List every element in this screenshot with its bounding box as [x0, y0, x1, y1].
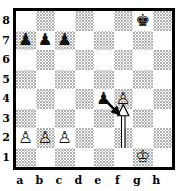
rank-label-5: 5	[0, 70, 12, 90]
square-a3	[16, 109, 36, 129]
square-a1	[16, 148, 36, 168]
piece-bP-c7: ♟	[57, 32, 72, 49]
file-label-f: f	[108, 173, 128, 188]
square-e4: ♟	[94, 89, 114, 109]
square-g3	[133, 109, 153, 129]
square-b4	[36, 89, 56, 109]
square-e7	[94, 31, 114, 51]
square-c1	[55, 148, 75, 168]
square-b3	[36, 109, 56, 129]
rank-label-6: 6	[0, 50, 12, 70]
piece-bK-g8: ♚	[135, 12, 150, 29]
file-label-e: e	[88, 173, 108, 188]
board: ♚♟♟♟♟♙♙♙♙♔	[16, 11, 172, 167]
square-f8	[114, 11, 134, 31]
square-h7	[153, 31, 173, 51]
square-d6	[75, 50, 95, 70]
file-label-h: h	[147, 173, 167, 188]
square-f7	[114, 31, 134, 51]
square-h6	[153, 50, 173, 70]
square-a7: ♟	[16, 31, 36, 51]
file-label-g: g	[127, 173, 147, 188]
square-h3	[153, 109, 173, 129]
file-label-c: c	[49, 173, 69, 188]
square-d1	[75, 148, 95, 168]
file-labels: abcdefgh	[10, 173, 166, 188]
square-g2	[133, 128, 153, 148]
chess-diagram: 87654321 ♚♟♟♟♟♙♙♙♙♔ abcdefgh	[0, 0, 187, 191]
square-c2: ♙	[55, 128, 75, 148]
square-a6	[16, 50, 36, 70]
file-label-d: d	[69, 173, 89, 188]
piece-wP-c2: ♙	[57, 129, 72, 146]
square-b8	[36, 11, 56, 31]
square-g8: ♚	[133, 11, 153, 31]
square-c5	[55, 70, 75, 90]
square-g5	[133, 70, 153, 90]
square-c8	[55, 11, 75, 31]
square-a4	[16, 89, 36, 109]
square-d5	[75, 70, 95, 90]
square-c6	[55, 50, 75, 70]
board-frame: ♚♟♟♟♟♙♙♙♙♔	[13, 8, 175, 170]
square-b6	[36, 50, 56, 70]
square-g4	[133, 89, 153, 109]
piece-wP-a2: ♙	[18, 129, 33, 146]
square-f2	[114, 128, 134, 148]
square-h8	[153, 11, 173, 31]
square-h2	[153, 128, 173, 148]
piece-bP-e4: ♟	[96, 90, 111, 107]
square-f5	[114, 70, 134, 90]
square-e1	[94, 148, 114, 168]
square-g1: ♔	[133, 148, 153, 168]
square-d3	[75, 109, 95, 129]
piece-wK-g1: ♔	[135, 149, 150, 166]
square-d8	[75, 11, 95, 31]
rank-label-7: 7	[0, 31, 12, 51]
square-c7: ♟	[55, 31, 75, 51]
square-f3	[114, 109, 134, 129]
rank-labels: 87654321	[0, 11, 12, 167]
square-d7	[75, 31, 95, 51]
rank-label-2: 2	[0, 128, 12, 148]
rank-label-4: 4	[0, 89, 12, 109]
piece-bP-a7: ♟	[18, 32, 33, 49]
square-e6	[94, 50, 114, 70]
rank-label-1: 1	[0, 148, 12, 168]
square-b7: ♟	[36, 31, 56, 51]
square-c4	[55, 89, 75, 109]
rank-label-8: 8	[0, 11, 12, 31]
square-e3	[94, 109, 114, 129]
square-b5	[36, 70, 56, 90]
rank-label-3: 3	[0, 109, 12, 129]
square-e5	[94, 70, 114, 90]
square-f1	[114, 148, 134, 168]
square-h4	[153, 89, 173, 109]
square-b2: ♙	[36, 128, 56, 148]
square-a8	[16, 11, 36, 31]
square-a5	[16, 70, 36, 90]
square-e2	[94, 128, 114, 148]
square-d4	[75, 89, 95, 109]
square-g7	[133, 31, 153, 51]
piece-wP-b2: ♙	[38, 129, 53, 146]
square-a2: ♙	[16, 128, 36, 148]
square-e8	[94, 11, 114, 31]
file-label-a: a	[10, 173, 30, 188]
piece-bP-b7: ♟	[38, 32, 53, 49]
square-d2	[75, 128, 95, 148]
square-f6	[114, 50, 134, 70]
piece-wP-f4: ♙	[116, 90, 131, 107]
square-h5	[153, 70, 173, 90]
square-b1	[36, 148, 56, 168]
file-label-b: b	[30, 173, 50, 188]
square-f4: ♙	[114, 89, 134, 109]
square-g6	[133, 50, 153, 70]
square-c3	[55, 109, 75, 129]
square-h1	[153, 148, 173, 168]
